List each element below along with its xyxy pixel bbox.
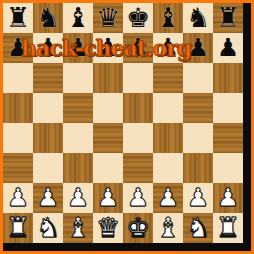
white-pawn[interactable]: ♟ xyxy=(187,183,209,213)
white-knight[interactable]: ♞ xyxy=(186,213,210,243)
black-queen[interactable]: ♛ xyxy=(96,3,120,33)
white-bishop[interactable]: ♝ xyxy=(66,213,90,243)
square-f5[interactable] xyxy=(153,93,183,123)
black-pawn[interactable]: ♟ xyxy=(67,33,89,63)
white-knight[interactable]: ♞ xyxy=(36,213,60,243)
square-c4[interactable] xyxy=(63,123,93,153)
square-e8[interactable]: ♚ xyxy=(123,3,153,33)
square-e7[interactable]: ♟ xyxy=(123,33,153,63)
black-knight[interactable]: ♞ xyxy=(36,3,60,33)
square-c7[interactable]: ♟ xyxy=(63,33,93,63)
square-d2[interactable]: ♟ xyxy=(93,183,123,213)
square-d1[interactable]: ♛ xyxy=(93,213,123,243)
square-g8[interactable]: ♞ xyxy=(183,3,213,33)
white-rook[interactable]: ♜ xyxy=(6,213,30,243)
black-pawn[interactable]: ♟ xyxy=(37,33,59,63)
square-h1[interactable]: ♜ xyxy=(213,213,243,243)
square-g5[interactable] xyxy=(183,93,213,123)
white-pawn[interactable]: ♟ xyxy=(37,183,59,213)
square-e6[interactable] xyxy=(123,63,153,93)
black-pawn[interactable]: ♟ xyxy=(157,33,179,63)
chess-board: ♜♞♝♛♚♝♞♜♟♟♟♟♟♟♟♟♟♟♟♟♟♟♟♟♜♞♝♛♚♝♞♜ xyxy=(3,3,243,243)
white-pawn[interactable]: ♟ xyxy=(97,183,119,213)
square-f1[interactable]: ♝ xyxy=(153,213,183,243)
square-f2[interactable]: ♟ xyxy=(153,183,183,213)
square-f3[interactable] xyxy=(153,153,183,183)
white-rook[interactable]: ♜ xyxy=(216,213,240,243)
square-a5[interactable] xyxy=(3,93,33,123)
black-pawn[interactable]: ♟ xyxy=(127,33,149,63)
square-b7[interactable]: ♟ xyxy=(33,33,63,63)
square-e4[interactable] xyxy=(123,123,153,153)
square-d4[interactable] xyxy=(93,123,123,153)
square-c2[interactable]: ♟ xyxy=(63,183,93,213)
square-h5[interactable] xyxy=(213,93,243,123)
white-pawn[interactable]: ♟ xyxy=(157,183,179,213)
black-pawn[interactable]: ♟ xyxy=(217,33,239,63)
square-c6[interactable] xyxy=(63,63,93,93)
square-g2[interactable]: ♟ xyxy=(183,183,213,213)
black-pawn[interactable]: ♟ xyxy=(7,33,29,63)
square-g4[interactable] xyxy=(183,123,213,153)
square-f7[interactable]: ♟ xyxy=(153,33,183,63)
square-b1[interactable]: ♞ xyxy=(33,213,63,243)
square-e3[interactable] xyxy=(123,153,153,183)
square-f6[interactable] xyxy=(153,63,183,93)
black-bishop[interactable]: ♝ xyxy=(66,3,90,33)
black-bishop[interactable]: ♝ xyxy=(156,3,180,33)
square-g3[interactable] xyxy=(183,153,213,183)
square-d5[interactable] xyxy=(93,93,123,123)
square-c8[interactable]: ♝ xyxy=(63,3,93,33)
black-rook[interactable]: ♜ xyxy=(216,3,240,33)
square-c3[interactable] xyxy=(63,153,93,183)
square-a2[interactable]: ♟ xyxy=(3,183,33,213)
square-g6[interactable] xyxy=(183,63,213,93)
white-king[interactable]: ♚ xyxy=(126,213,150,243)
square-f4[interactable] xyxy=(153,123,183,153)
white-queen[interactable]: ♛ xyxy=(96,213,120,243)
square-d3[interactable] xyxy=(93,153,123,183)
square-a4[interactable] xyxy=(3,123,33,153)
square-g1[interactable]: ♞ xyxy=(183,213,213,243)
square-e1[interactable]: ♚ xyxy=(123,213,153,243)
square-b6[interactable] xyxy=(33,63,63,93)
black-pawn[interactable]: ♟ xyxy=(187,33,209,63)
square-e2[interactable]: ♟ xyxy=(123,183,153,213)
square-a1[interactable]: ♜ xyxy=(3,213,33,243)
square-a6[interactable] xyxy=(3,63,33,93)
square-f8[interactable]: ♝ xyxy=(153,3,183,33)
square-h6[interactable] xyxy=(213,63,243,93)
square-c1[interactable]: ♝ xyxy=(63,213,93,243)
square-g7[interactable]: ♟ xyxy=(183,33,213,63)
white-pawn[interactable]: ♟ xyxy=(67,183,89,213)
black-rook[interactable]: ♜ xyxy=(6,3,30,33)
square-c5[interactable] xyxy=(63,93,93,123)
square-d6[interactable] xyxy=(93,63,123,93)
square-h8[interactable]: ♜ xyxy=(213,3,243,33)
square-b2[interactable]: ♟ xyxy=(33,183,63,213)
square-a8[interactable]: ♜ xyxy=(3,3,33,33)
square-h2[interactable]: ♟ xyxy=(213,183,243,213)
black-knight[interactable]: ♞ xyxy=(186,3,210,33)
square-a3[interactable] xyxy=(3,153,33,183)
black-king[interactable]: ♚ xyxy=(126,3,150,33)
square-d7[interactable]: ♟ xyxy=(93,33,123,63)
white-pawn[interactable]: ♟ xyxy=(217,183,239,213)
square-h3[interactable] xyxy=(213,153,243,183)
square-d8[interactable]: ♛ xyxy=(93,3,123,33)
black-pawn[interactable]: ♟ xyxy=(97,33,119,63)
square-b3[interactable] xyxy=(33,153,63,183)
square-h4[interactable] xyxy=(213,123,243,153)
square-b8[interactable]: ♞ xyxy=(33,3,63,33)
square-b5[interactable] xyxy=(33,93,63,123)
white-bishop[interactable]: ♝ xyxy=(156,213,180,243)
chess-app-window: ♜♞♝♛♚♝♞♜♟♟♟♟♟♟♟♟♟♟♟♟♟♟♟♟♜♞♝♛♚♝♞♜ hack-ch… xyxy=(0,0,254,254)
square-a7[interactable]: ♟ xyxy=(3,33,33,63)
white-pawn[interactable]: ♟ xyxy=(127,183,149,213)
square-b4[interactable] xyxy=(33,123,63,153)
square-e5[interactable] xyxy=(123,93,153,123)
square-h7[interactable]: ♟ xyxy=(213,33,243,63)
white-pawn[interactable]: ♟ xyxy=(7,183,29,213)
